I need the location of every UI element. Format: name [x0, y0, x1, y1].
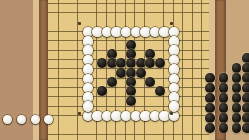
- corner-mark-dot: [78, 22, 81, 25]
- black-stone-tray[interactable]: [232, 63, 241, 72]
- corner-mark-dot: [170, 112, 173, 115]
- black-stone-tray[interactable]: [242, 123, 249, 132]
- black-stone[interactable]: [116, 68, 126, 78]
- corner-mark-dot: [78, 112, 81, 115]
- black-stone-tray[interactable]: [205, 113, 214, 122]
- corner-mark-dot: [170, 22, 173, 25]
- black-stone-tray[interactable]: [219, 73, 228, 82]
- black-stone-tray[interactable]: [232, 113, 241, 122]
- black-stone[interactable]: [126, 96, 136, 106]
- white-stone-tray[interactable]: [3, 115, 12, 124]
- black-stone[interactable]: [136, 58, 146, 68]
- black-stone-tray[interactable]: [242, 73, 249, 82]
- go-scene: [0, 0, 249, 140]
- white-stone[interactable]: [121, 111, 132, 122]
- black-stone-tray[interactable]: [242, 113, 249, 122]
- black-stone[interactable]: [107, 77, 117, 87]
- black-stone-tray[interactable]: [219, 83, 228, 92]
- black-stone[interactable]: [155, 86, 165, 96]
- black-stone[interactable]: [155, 58, 165, 68]
- black-stone[interactable]: [97, 86, 107, 96]
- black-stone[interactable]: [145, 58, 155, 68]
- black-stone[interactable]: [126, 40, 136, 50]
- white-stone[interactable]: [169, 101, 180, 112]
- black-stone-tray[interactable]: [232, 123, 241, 132]
- black-stone-tray[interactable]: [232, 93, 241, 102]
- black-stone-tray[interactable]: [205, 123, 214, 132]
- black-stone-tray[interactable]: [205, 83, 214, 92]
- black-stone[interactable]: [97, 58, 107, 68]
- black-stone[interactable]: [145, 77, 155, 87]
- white-stone[interactable]: [121, 27, 132, 38]
- black-stone-tray[interactable]: [205, 73, 214, 82]
- white-stone-tray[interactable]: [44, 115, 53, 124]
- white-stone-tray[interactable]: [31, 115, 40, 124]
- stones-layer: [0, 0, 249, 140]
- black-stone[interactable]: [136, 68, 146, 78]
- black-stone-tray[interactable]: [219, 113, 228, 122]
- black-stone-tray[interactable]: [242, 63, 249, 72]
- black-stone-tray[interactable]: [219, 103, 228, 112]
- black-stone-tray[interactable]: [205, 103, 214, 112]
- black-stone-tray[interactable]: [242, 83, 249, 92]
- black-stone[interactable]: [126, 86, 136, 96]
- black-stone[interactable]: [126, 58, 136, 68]
- black-stone-tray[interactable]: [242, 103, 249, 112]
- white-stone[interactable]: [83, 101, 94, 112]
- black-stone-tray[interactable]: [232, 73, 241, 82]
- black-stone-tray[interactable]: [242, 93, 249, 102]
- white-stone-tray[interactable]: [17, 115, 26, 124]
- black-stone-tray[interactable]: [232, 83, 241, 92]
- black-stone-tray[interactable]: [232, 103, 241, 112]
- black-stone-tray[interactable]: [205, 93, 214, 102]
- black-stone[interactable]: [107, 58, 117, 68]
- black-stone-tray[interactable]: [242, 53, 249, 62]
- black-stone-tray[interactable]: [219, 93, 228, 102]
- black-stone[interactable]: [116, 58, 126, 68]
- black-stone-tray[interactable]: [219, 123, 228, 132]
